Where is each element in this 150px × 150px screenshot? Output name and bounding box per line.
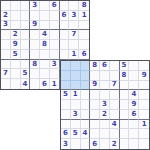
cell-b-r6c1 [61, 110, 71, 120]
cell-b-r6c7 [120, 110, 130, 120]
cell-b-r2c3 [81, 71, 91, 81]
cell-a-r5c8 [69, 40, 79, 50]
cell-b-r2c8 [129, 71, 139, 81]
cell-b-r5c6 [110, 100, 120, 110]
cell-b-r5c8: 9 [129, 100, 139, 110]
cell-a-r2c6 [50, 11, 60, 21]
cell-b-r5c5: 3 [100, 100, 110, 110]
cell-b-r2c2 [71, 71, 81, 81]
cell-b-r7c5 [100, 120, 110, 130]
cell-b-r1c5: 6 [100, 61, 110, 71]
cell-b-r1c2 [71, 61, 81, 71]
cell-a-r3c1: 3 [1, 21, 11, 31]
cell-b-r4c3 [81, 90, 91, 100]
cell-a-r2c1: 2 [1, 11, 11, 21]
cell-b-r7c3 [81, 120, 91, 130]
cell-b-r7c8 [129, 120, 139, 130]
cell-a-r2c2 [11, 11, 21, 21]
cell-a-r1c7 [60, 1, 70, 11]
cell-b-r7c7 [120, 120, 130, 130]
cell-a-r6c8: 1 [69, 50, 79, 60]
cell-b-r4c8: 4 [129, 90, 139, 100]
cell-b-r4c7 [120, 90, 130, 100]
cell-b-r7c2 [71, 120, 81, 130]
cell-b-r3c2 [71, 81, 81, 91]
cell-b-r3c3 [81, 81, 91, 91]
cell-b-r8c3: 4 [81, 129, 91, 139]
cell-b-r1c3 [81, 61, 91, 71]
cell-a-r7c3 [21, 60, 31, 70]
cell-b-r3c7 [120, 81, 130, 91]
cell-a-r5c3 [21, 40, 31, 50]
cell-b-r1c8 [129, 61, 139, 71]
cell-a-r4c1 [1, 30, 11, 40]
cell-b-r5c2 [71, 100, 81, 110]
cell-a-r4c4 [30, 30, 40, 40]
cell-b-r9c4: 6 [90, 139, 100, 149]
cell-b-r1c6 [110, 61, 120, 71]
cell-a-r3c9 [79, 21, 89, 31]
cell-b-r2c4 [90, 71, 100, 81]
cell-b-r8c9 [139, 129, 149, 139]
cell-a-r2c4 [30, 11, 40, 21]
cell-b-r9c1: 3 [61, 139, 71, 149]
cell-b-r6c8: 6 [129, 110, 139, 120]
cell-a-r8c2 [11, 69, 21, 79]
cell-a-r9c4 [30, 79, 40, 89]
cell-a-r8c6 [50, 69, 60, 79]
cell-a-r3c2 [11, 21, 21, 31]
cell-a-r3c4: 9 [30, 21, 40, 31]
cell-b-r4c1: 5 [61, 90, 71, 100]
cell-b-r5c1 [61, 100, 71, 110]
cell-a-r3c6 [50, 21, 60, 31]
cell-b-r2c6 [110, 71, 120, 81]
cell-a-r1c8 [69, 1, 79, 11]
cell-b-r6c5: 2 [100, 110, 110, 120]
cell-b-r4c4 [90, 90, 100, 100]
cell-a-r6c3 [21, 50, 31, 60]
cell-b-r4c9 [139, 90, 149, 100]
sudoku-grid-bottom-right: 86589975143932641654362 [60, 60, 150, 150]
cell-a-r6c7 [60, 50, 70, 60]
cell-b-r1c7: 5 [120, 61, 130, 71]
cell-b-r8c6 [110, 129, 120, 139]
cell-a-r1c1 [1, 1, 11, 11]
cell-a-r7c2 [11, 60, 21, 70]
cell-b-r7c4 [90, 120, 100, 130]
cell-b-r2c5 [100, 71, 110, 81]
cell-a-r2c8: 3 [69, 11, 79, 21]
cell-a-r6c6 [50, 50, 60, 60]
cell-a-r2c5 [40, 11, 50, 21]
cell-b-r8c7 [120, 129, 130, 139]
cell-b-r9c2 [71, 139, 81, 149]
cell-b-r3c8 [129, 81, 139, 91]
cell-b-r8c1: 6 [61, 129, 71, 139]
cell-b-r6c2: 3 [71, 110, 81, 120]
cell-b-r8c5 [100, 129, 110, 139]
cell-a-r9c3: 4 [21, 79, 31, 89]
cell-a-r3c7 [60, 21, 70, 31]
cell-a-r6c4 [30, 50, 40, 60]
cell-a-r7c1 [1, 60, 11, 70]
cell-a-r6c2: 5 [11, 50, 21, 60]
cell-a-r6c1 [1, 50, 11, 60]
cell-a-r7c6: 3 [50, 60, 60, 70]
cell-b-r8c2: 5 [71, 129, 81, 139]
cell-a-r2c7: 6 [60, 11, 70, 21]
cell-b-r7c9: 1 [139, 120, 149, 130]
cell-a-r5c4 [30, 40, 40, 50]
cell-a-r5c6 [50, 40, 60, 50]
cell-b-r5c3 [81, 100, 91, 110]
cell-b-r3c4: 9 [90, 81, 100, 91]
cell-b-r4c2: 1 [71, 90, 81, 100]
cell-b-r6c6 [110, 110, 120, 120]
cell-a-r6c5 [40, 50, 50, 60]
cell-b-r1c9 [139, 61, 149, 71]
cell-a-r1c3 [21, 1, 31, 11]
cell-a-r5c2: 9 [11, 40, 21, 50]
cell-b-r9c3 [81, 139, 91, 149]
cell-a-r5c7 [60, 40, 70, 50]
cell-a-r7c5 [40, 60, 50, 70]
cell-a-r9c5: 6 [40, 79, 50, 89]
cell-a-r8c3: 5 [21, 69, 31, 79]
cell-b-r4c6 [110, 90, 120, 100]
cell-b-r6c3 [81, 110, 91, 120]
cell-b-r2c1 [61, 71, 71, 81]
cell-a-r3c5 [40, 21, 50, 31]
cell-b-r3c5 [100, 81, 110, 91]
cell-a-r9c1 [1, 79, 11, 89]
cell-a-r7c4: 8 [30, 60, 40, 70]
cell-a-r8c1: 7 [1, 69, 11, 79]
cell-a-r4c2: 2 [11, 30, 21, 40]
cell-b-r3c1 [61, 81, 71, 91]
cell-b-r4c5 [100, 90, 110, 100]
cell-a-r1c2 [11, 1, 21, 11]
cell-a-r6c9: 6 [79, 50, 89, 60]
cell-b-r3c9 [139, 81, 149, 91]
cell-b-r9c9 [139, 139, 149, 149]
cell-b-r9c7 [120, 139, 130, 149]
cell-b-r9c8 [129, 139, 139, 149]
cell-a-r4c6 [50, 30, 60, 40]
cell-b-r6c4 [90, 110, 100, 120]
cell-a-r3c8 [69, 21, 79, 31]
cell-b-r8c4 [90, 129, 100, 139]
cell-b-r7c6: 4 [110, 120, 120, 130]
cell-a-r4c8: 7 [69, 30, 79, 40]
cell-a-r9c6: 1 [50, 79, 60, 89]
cell-b-r9c6: 2 [110, 139, 120, 149]
cell-a-r3c3 [21, 21, 31, 31]
twodoku-board: 368263139247985168375461 865899751439326… [0, 0, 150, 150]
cell-b-r5c4 [90, 100, 100, 110]
cell-b-r5c7 [120, 100, 130, 110]
cell-a-r1c6: 6 [50, 1, 60, 11]
cell-a-r1c4: 3 [30, 1, 40, 11]
cell-b-r6c9 [139, 110, 149, 120]
cell-b-r9c5 [100, 139, 110, 149]
cell-a-r4c7 [60, 30, 70, 40]
cell-a-r5c5: 8 [40, 40, 50, 50]
cell-a-r2c3 [21, 11, 31, 21]
cell-b-r2c7: 8 [120, 71, 130, 81]
cell-b-r3c6: 7 [110, 81, 120, 91]
cell-b-r1c1 [61, 61, 71, 71]
cell-b-r7c1 [61, 120, 71, 130]
cell-a-r4c3 [21, 30, 31, 40]
cell-a-r8c5 [40, 69, 50, 79]
cell-b-r8c8 [129, 129, 139, 139]
cell-a-r5c1 [1, 40, 11, 50]
cell-b-r5c9 [139, 100, 149, 110]
cell-b-r2c9: 9 [139, 71, 149, 81]
cell-b-r1c4: 8 [90, 61, 100, 71]
cell-a-r2c9: 1 [79, 11, 89, 21]
cell-a-r4c9 [79, 30, 89, 40]
cell-a-r4c5: 4 [40, 30, 50, 40]
cell-a-r1c5 [40, 1, 50, 11]
cell-a-r9c2 [11, 79, 21, 89]
cell-a-r1c9: 8 [79, 1, 89, 11]
cell-a-r5c9 [79, 40, 89, 50]
cell-a-r8c4 [30, 69, 40, 79]
